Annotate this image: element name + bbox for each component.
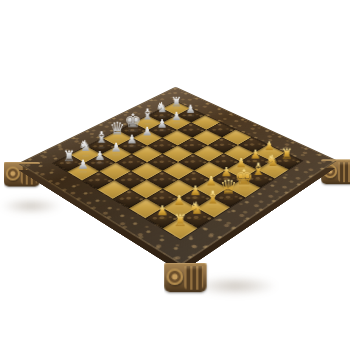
- white-pawn: ♟: [58, 158, 109, 171]
- board-foot-left: [4, 162, 40, 187]
- black-rook: ♜: [152, 212, 208, 228]
- chess-set-photo: ♜♟♟♜♞♟♟♞♝♟♟♝♚♟♟♚♛♟♟♛♝♟♟♝♞♟♟♞♜♟♟♜: [0, 0, 350, 350]
- ground-shadow-left: [0, 198, 62, 214]
- chess-board: ♜♟♟♜♞♟♟♞♝♟♟♝♚♟♟♚♛♟♟♛♝♟♟♝♞♟♟♞♜♟♟♜: [18, 87, 338, 265]
- square-a8: ♜: [163, 218, 198, 239]
- board-foot-right: [321, 159, 350, 184]
- board-squares: ♜♟♟♜♞♟♟♞♝♟♟♝♚♟♟♚♛♟♟♛♝♟♟♝♞♟♟♞♜♟♟♜: [53, 102, 302, 240]
- board-foot-bottom: [164, 263, 207, 293]
